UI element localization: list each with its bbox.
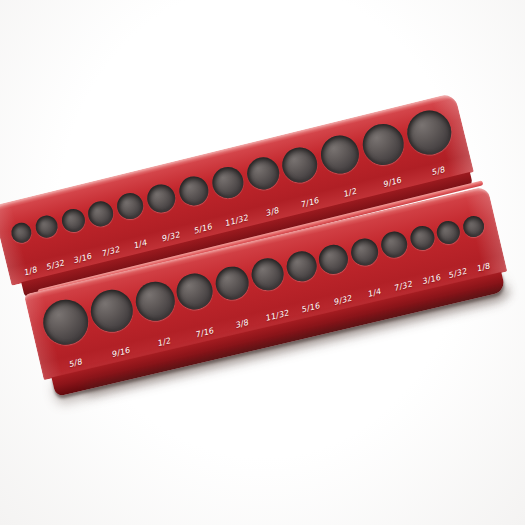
socket-hole (243, 154, 282, 193)
socket-size-label: 3/8 (235, 316, 249, 335)
socket-size-label: 3/8 (265, 204, 279, 224)
socket-size-label: 1/4 (133, 236, 147, 256)
socket-hole (173, 270, 216, 313)
socket-hole (378, 229, 409, 260)
socket-hole (279, 143, 321, 185)
socket-hole (283, 248, 319, 284)
socket-hole (86, 286, 136, 336)
socket-hole (9, 221, 33, 245)
socket-hole (39, 295, 93, 349)
socket-hole (348, 235, 380, 267)
socket-organizer: 1/85/323/167/321/49/325/1611/323/87/161/… (0, 92, 508, 423)
socket-hole (212, 263, 252, 303)
photo-background: 1/85/323/167/321/49/325/1611/323/87/161/… (0, 0, 525, 525)
socket-hole (209, 163, 246, 200)
socket-hole (408, 224, 437, 253)
hole-wrap (400, 95, 458, 170)
socket-size-label: 1/2 (343, 185, 357, 205)
socket-hole (59, 206, 87, 234)
socket-size-label: 5/8 (432, 163, 446, 183)
socket-hole (115, 190, 146, 221)
socket-size-label: 1/2 (158, 334, 172, 353)
socket-size-label: 5/8 (69, 355, 83, 374)
socket-hole (131, 277, 178, 324)
socket-hole (248, 255, 286, 293)
socket-hole (317, 132, 363, 178)
socket-size-label: 1/8 (24, 263, 38, 283)
socket-hole (435, 218, 463, 246)
socket-hole (403, 106, 456, 159)
socket-hole (144, 181, 178, 215)
socket-size-label: 1/4 (367, 285, 381, 304)
socket-hole (316, 241, 351, 276)
socket-hole (461, 213, 486, 238)
socket-hole (176, 173, 211, 208)
socket-hole (358, 119, 408, 169)
socket-size-label: 1/8 (476, 259, 490, 278)
socket-hole (33, 213, 60, 240)
socket-hole (86, 198, 116, 228)
